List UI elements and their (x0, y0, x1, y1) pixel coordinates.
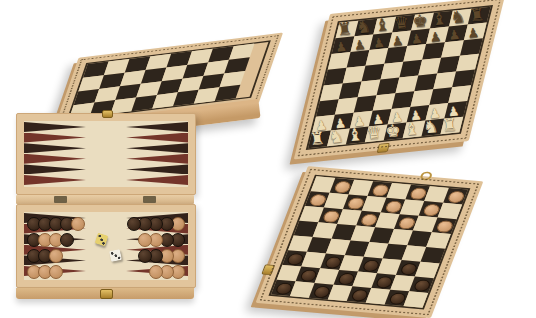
backgammon-hinge-strip (16, 195, 194, 204)
chess-piece-white-rook: ♜ (439, 114, 460, 135)
backgammon-lid-points (24, 121, 188, 187)
backgammon-lid-half (16, 113, 196, 195)
backgammon-base-half (16, 204, 196, 288)
checkers-board-frame (256, 166, 484, 318)
checkers-square-h4 (421, 247, 446, 263)
backgammon-point (24, 122, 86, 132)
product-photo-stage: ♜♞♝♛♚♝♞♜♟♟♟♟♟♟♟♟♟♟♟♟♟♟♟♟♜♞♝♛♚♝♞♜ (0, 0, 536, 318)
backgammon-point (126, 164, 188, 174)
chess-piece-white-queen: ♛ (363, 122, 384, 143)
backgammon-checker-tan (49, 249, 63, 263)
checkers-square-h3 (415, 262, 440, 278)
backgammon-point (126, 133, 188, 143)
backgammon-point (126, 175, 188, 185)
chess-board-frame: ♜♞♝♛♚♝♞♜♟♟♟♟♟♟♟♟♟♟♟♟♟♟♟♟♜♞♝♛♚♝♞♜ (294, 0, 505, 159)
chess-board-view: ♜♞♝♛♚♝♞♜♟♟♟♟♟♟♟♟♟♟♟♟♟♟♟♟♜♞♝♛♚♝♞♜ (330, 14, 506, 190)
chess-square-h1: ♜ (440, 117, 463, 135)
brass-clasp-icon (261, 264, 275, 275)
backgammon-checker-tan (49, 265, 63, 279)
chess-piece-black-pawn: ♟ (368, 30, 389, 51)
chess-piece-black-pawn: ♟ (406, 26, 427, 47)
chess-piece-white-knight: ♞ (420, 116, 441, 137)
checkers-square-h5 (426, 232, 451, 248)
backgammon-point (24, 175, 86, 185)
backgammon-checker-tan (138, 233, 152, 247)
backgammon-checker-tan (71, 217, 85, 231)
backgammon-point (24, 133, 86, 143)
brass-ring-icon (419, 171, 433, 181)
chess-piece-white-bishop: ♝ (345, 124, 366, 145)
backgammon-base-tray (24, 212, 188, 280)
chess-square-h4 (452, 70, 475, 88)
chess-square-h7: ♟ (464, 22, 487, 40)
chess-piece-white-rook: ♜ (307, 128, 328, 149)
chess-piece-white-bishop: ♝ (401, 118, 422, 139)
chess-piece-black-pawn: ♟ (387, 28, 408, 49)
chess-piece-white-king: ♚ (382, 120, 403, 141)
hinge-icon (54, 196, 67, 203)
checkers-board-plane (256, 166, 484, 318)
backgammon-open-box (16, 113, 196, 299)
backgammon-checker-dark (127, 217, 141, 231)
backgammon-front-edge (16, 288, 194, 299)
box-lid-square-3-7 (215, 85, 241, 101)
brass-clasp-icon (377, 143, 390, 153)
backgammon-point (126, 154, 188, 164)
die-yellow-icon (95, 233, 109, 247)
backgammon-point (126, 122, 188, 132)
brass-clasp-icon (102, 110, 113, 118)
checkers-square-h8 (443, 188, 468, 204)
checker-piece-light (446, 191, 465, 204)
checkers-board-view (308, 166, 484, 318)
checker-piece-dark (412, 279, 431, 292)
backgammon-point (24, 143, 86, 153)
backgammon-checker-dark (138, 249, 152, 263)
backgammon-checker-tan (149, 265, 163, 279)
chess-square-h6 (460, 38, 483, 56)
chess-square-h5 (456, 54, 479, 72)
die-white-icon (109, 249, 122, 262)
chess-board: ♜♞♝♛♚♝♞♜♟♟♟♟♟♟♟♟♟♟♟♟♟♟♟♟♜♞♝♛♚♝♞♜ (306, 5, 493, 150)
checkers-board (268, 175, 470, 310)
hinge-icon (143, 196, 156, 203)
checkers-square-h6 (432, 217, 457, 233)
backgammon-checker-dark (60, 233, 74, 247)
backgammon-point (126, 143, 188, 153)
brass-clasp-icon (100, 289, 113, 299)
checkers-square-h7 (438, 203, 463, 219)
backgammon-point (24, 164, 86, 174)
backgammon-point (24, 154, 86, 164)
chess-piece-white-knight: ♞ (326, 126, 347, 147)
checker-piece-light (435, 220, 454, 233)
checkers-square-h1 (404, 291, 429, 307)
checkers-square-h2 (409, 277, 434, 293)
chess-board-plane: ♜♞♝♛♚♝♞♜♟♟♟♟♟♟♟♟♟♟♟♟♟♟♟♟♜♞♝♛♚♝♞♜ (294, 0, 505, 159)
